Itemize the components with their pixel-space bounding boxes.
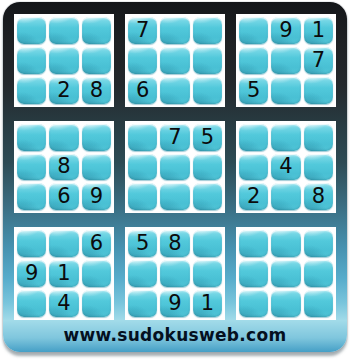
given-digit: 6 — [136, 80, 149, 101]
sudoku-cell-r6c8[interactable] — [271, 183, 300, 210]
sudoku-cell-r5c9[interactable] — [304, 154, 333, 181]
sudoku-cell-r8c8[interactable] — [271, 260, 300, 287]
site-url-label: www.sudokusweb.com — [64, 325, 287, 345]
sudoku-cell-r5c5[interactable] — [160, 154, 189, 181]
sudoku-cell-r1c5[interactable] — [160, 17, 189, 44]
sudoku-cell-r5c1[interactable] — [17, 154, 46, 181]
sudoku-cell-r6c1[interactable] — [17, 183, 46, 210]
sudoku-box: 6914 — [14, 227, 114, 320]
sudoku-cell-r7c3[interactable]: 6 — [82, 230, 111, 257]
given-digit: 8 — [90, 80, 103, 101]
sudoku-cell-r1c8[interactable]: 9 — [271, 17, 300, 44]
sudoku-cell-r9c2[interactable]: 4 — [49, 290, 78, 317]
given-digit: 9 — [90, 186, 103, 207]
sudoku-cell-r6c5[interactable] — [160, 183, 189, 210]
sudoku-cell-r4c7[interactable] — [239, 124, 268, 151]
sudoku-cell-r9c8[interactable] — [271, 290, 300, 317]
sudoku-box — [236, 227, 336, 320]
sudoku-cell-r9c6[interactable]: 1 — [193, 290, 222, 317]
sudoku-cell-r9c7[interactable] — [239, 290, 268, 317]
sudoku-cell-r7c2[interactable] — [49, 230, 78, 257]
sudoku-cell-r5c6[interactable] — [193, 154, 222, 181]
given-digit: 4 — [279, 156, 292, 177]
given-digit: 2 — [247, 186, 260, 207]
sudoku-cell-r2c1[interactable] — [17, 47, 46, 74]
sudoku-cell-r6c9[interactable]: 8 — [304, 183, 333, 210]
sudoku-cell-r1c9[interactable]: 1 — [304, 17, 333, 44]
sudoku-cell-r1c6[interactable] — [193, 17, 222, 44]
sudoku-cell-r2c4[interactable] — [128, 47, 157, 74]
given-digit: 7 — [168, 127, 181, 148]
sudoku-cell-r3c5[interactable] — [160, 77, 189, 104]
sudoku-cell-r7c5[interactable]: 8 — [160, 230, 189, 257]
sudoku-cell-r2c6[interactable] — [193, 47, 222, 74]
sudoku-cell-r8c7[interactable] — [239, 260, 268, 287]
sudoku-box: 76 — [125, 14, 225, 107]
sudoku-cell-r3c7[interactable]: 5 — [239, 77, 268, 104]
sudoku-cell-r4c4[interactable] — [128, 124, 157, 151]
sudoku-cell-r6c7[interactable]: 2 — [239, 183, 268, 210]
given-digit: 1 — [57, 263, 70, 284]
given-digit: 5 — [247, 80, 260, 101]
sudoku-cell-r4c3[interactable] — [82, 124, 111, 151]
site-footer: www.sudokusweb.com — [3, 321, 347, 349]
sudoku-cell-r2c8[interactable] — [271, 47, 300, 74]
sudoku-cell-r4c5[interactable]: 7 — [160, 124, 189, 151]
sudoku-cell-r3c4[interactable]: 6 — [128, 77, 157, 104]
sudoku-cell-r2c2[interactable] — [49, 47, 78, 74]
sudoku-board: 287691758697542869145891 — [14, 14, 336, 320]
sudoku-cell-r8c6[interactable] — [193, 260, 222, 287]
given-digit: 1 — [201, 293, 214, 314]
sudoku-cell-r8c5[interactable] — [160, 260, 189, 287]
given-digit: 8 — [57, 156, 70, 177]
sudoku-cell-r7c8[interactable] — [271, 230, 300, 257]
sudoku-cell-r2c7[interactable] — [239, 47, 268, 74]
given-digit: 7 — [136, 20, 149, 41]
sudoku-cell-r4c8[interactable] — [271, 124, 300, 151]
sudoku-box: 75 — [125, 121, 225, 214]
board-frame: 287691758697542869145891 www.sudokusweb.… — [3, 2, 347, 352]
sudoku-cell-r8c2[interactable]: 1 — [49, 260, 78, 287]
sudoku-cell-r1c1[interactable] — [17, 17, 46, 44]
sudoku-cell-r3c2[interactable]: 2 — [49, 77, 78, 104]
sudoku-cell-r5c3[interactable] — [82, 154, 111, 181]
sudoku-cell-r6c6[interactable] — [193, 183, 222, 210]
given-digit: 9 — [279, 20, 292, 41]
given-digit: 6 — [90, 233, 103, 254]
given-digit: 8 — [312, 186, 325, 207]
sudoku-cell-r3c9[interactable] — [304, 77, 333, 104]
sudoku-cell-r7c4[interactable]: 5 — [128, 230, 157, 257]
sudoku-cell-r9c9[interactable] — [304, 290, 333, 317]
sudoku-cell-r5c4[interactable] — [128, 154, 157, 181]
sudoku-cell-r8c9[interactable] — [304, 260, 333, 287]
sudoku-cell-r4c2[interactable] — [49, 124, 78, 151]
sudoku-box: 5891 — [125, 227, 225, 320]
sudoku-cell-r7c1[interactable] — [17, 230, 46, 257]
sudoku-cell-r1c4[interactable]: 7 — [128, 17, 157, 44]
sudoku-cell-r4c6[interactable]: 5 — [193, 124, 222, 151]
sudoku-cell-r5c2[interactable]: 8 — [49, 154, 78, 181]
sudoku-cell-r6c4[interactable] — [128, 183, 157, 210]
given-digit: 4 — [57, 293, 70, 314]
sudoku-page: 287691758697542869145891 www.sudokusweb.… — [0, 0, 350, 360]
given-digit: 2 — [57, 80, 70, 101]
given-digit: 5 — [201, 127, 214, 148]
sudoku-cell-r4c1[interactable] — [17, 124, 46, 151]
given-digit: 8 — [168, 233, 181, 254]
given-digit: 7 — [312, 50, 325, 71]
sudoku-cell-r2c3[interactable] — [82, 47, 111, 74]
sudoku-cell-r7c6[interactable] — [193, 230, 222, 257]
sudoku-cell-r5c7[interactable] — [239, 154, 268, 181]
given-digit: 1 — [312, 20, 325, 41]
sudoku-box: 28 — [14, 14, 114, 107]
sudoku-cell-r2c5[interactable] — [160, 47, 189, 74]
given-digit: 9 — [168, 293, 181, 314]
sudoku-box: 428 — [236, 121, 336, 214]
sudoku-cell-r6c3[interactable]: 9 — [82, 183, 111, 210]
sudoku-cell-r9c4[interactable] — [128, 290, 157, 317]
sudoku-cell-r1c2[interactable] — [49, 17, 78, 44]
sudoku-cell-r9c5[interactable]: 9 — [160, 290, 189, 317]
sudoku-cell-r8c4[interactable] — [128, 260, 157, 287]
sudoku-cell-r1c7[interactable] — [239, 17, 268, 44]
given-digit: 9 — [25, 263, 38, 284]
sudoku-cell-r3c3[interactable]: 8 — [82, 77, 111, 104]
given-digit: 5 — [136, 233, 149, 254]
given-digit: 6 — [57, 186, 70, 207]
sudoku-cell-r2c9[interactable]: 7 — [304, 47, 333, 74]
sudoku-cell-r9c1[interactable] — [17, 290, 46, 317]
sudoku-cell-r8c1[interactable]: 9 — [17, 260, 46, 287]
sudoku-cell-r6c2[interactable]: 6 — [49, 183, 78, 210]
sudoku-box: 9175 — [236, 14, 336, 107]
sudoku-cell-r5c8[interactable]: 4 — [271, 154, 300, 181]
sudoku-cell-r7c7[interactable] — [239, 230, 268, 257]
sudoku-cell-r3c8[interactable] — [271, 77, 300, 104]
sudoku-cell-r1c3[interactable] — [82, 17, 111, 44]
sudoku-cell-r7c9[interactable] — [304, 230, 333, 257]
sudoku-cell-r9c3[interactable] — [82, 290, 111, 317]
sudoku-cell-r3c1[interactable] — [17, 77, 46, 104]
sudoku-cell-r3c6[interactable] — [193, 77, 222, 104]
sudoku-box: 869 — [14, 121, 114, 214]
sudoku-cell-r4c9[interactable] — [304, 124, 333, 151]
sudoku-cell-r8c3[interactable] — [82, 260, 111, 287]
